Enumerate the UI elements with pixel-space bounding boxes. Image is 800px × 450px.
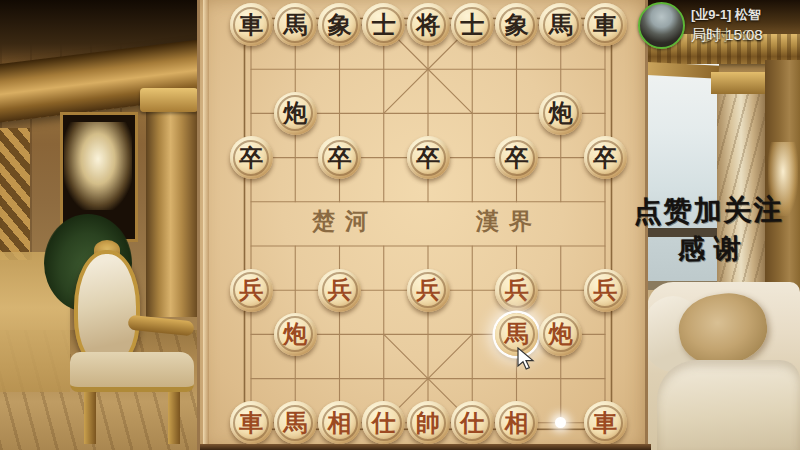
board-point-b7: 炮 (273, 91, 317, 135)
board-point-b9: 馬 (273, 3, 317, 47)
piece-red-chariot-left[interactable]: 車 (230, 401, 273, 444)
piece-red-general[interactable]: 帥 (407, 401, 450, 444)
piece-black-pawn-2[interactable]: 卒 (318, 136, 361, 179)
background-left-room (0, 0, 197, 450)
board-point-h3 (539, 268, 583, 312)
board-point-d4 (362, 224, 406, 268)
praise-line-2: 感谢 (618, 229, 800, 268)
piece-black-advisor-right[interactable]: 士 (451, 3, 494, 46)
board-point-a7 (229, 91, 273, 135)
board-point-i9: 車 (583, 3, 627, 47)
board-point-a8 (229, 47, 273, 91)
board-point-h2: 炮 (539, 312, 583, 356)
piece-black-pawn-3[interactable]: 卒 (407, 136, 450, 179)
board-point-g6: 卒 (494, 135, 538, 179)
praise-overlay: 点赞加关注 感谢 (617, 190, 800, 268)
board-point-d0: 仕 (362, 401, 406, 445)
gold-armchair-back (74, 250, 140, 368)
piece-black-cannon-right[interactable]: 炮 (539, 92, 582, 135)
board-point-h1 (539, 356, 583, 400)
board-point-d8 (362, 47, 406, 91)
board-point-e9: 将 (406, 3, 450, 47)
board-point-e2 (406, 312, 450, 356)
piece-red-pawn-3[interactable]: 兵 (407, 269, 450, 312)
board-point-h9: 馬 (539, 3, 583, 47)
board-point-a3: 兵 (229, 268, 273, 312)
board-point-e3: 兵 (406, 268, 450, 312)
couch-cushion (657, 360, 800, 450)
board-point-d9: 士 (362, 3, 406, 47)
praise-line-1: 点赞加关注 (617, 190, 800, 231)
board-point-e4 (406, 224, 450, 268)
piece-red-horse-left[interactable]: 馬 (274, 401, 317, 444)
board-point-d2 (362, 312, 406, 356)
board-point-c3: 兵 (317, 268, 361, 312)
board-point-e6: 卒 (406, 135, 450, 179)
board-point-b2: 炮 (273, 312, 317, 356)
last-move-origin-marker (555, 417, 566, 428)
chair-leg (168, 392, 180, 444)
board-point-e0: 帥 (406, 401, 450, 445)
board-point-f9: 士 (450, 3, 494, 47)
board-point-f3 (450, 268, 494, 312)
board-point-h8 (539, 47, 583, 91)
board-point-e8 (406, 47, 450, 91)
board-point-a2 (229, 312, 273, 356)
chandelier (64, 122, 132, 210)
board-point-i2 (583, 312, 627, 356)
board-point-b5 (273, 180, 317, 224)
pieces-grid: 車馬象士将士象馬車炮炮卒卒卒卒卒兵兵兵兵兵炮馬炮車馬相仕帥仕相車 (229, 3, 627, 445)
piece-red-pawn-1[interactable]: 兵 (230, 269, 273, 312)
piece-black-elephant-right[interactable]: 象 (495, 3, 538, 46)
board-point-d1 (362, 356, 406, 400)
piece-red-pawn-2[interactable]: 兵 (318, 269, 361, 312)
gold-staircase (0, 128, 30, 260)
board-point-g5 (494, 180, 538, 224)
board-point-c7 (317, 91, 361, 135)
board-point-a1 (229, 356, 273, 400)
board-point-c4 (317, 224, 361, 268)
board-point-a5 (229, 180, 273, 224)
board-point-h4 (539, 224, 583, 268)
avatar[interactable] (638, 2, 685, 49)
piece-black-horse-left[interactable]: 馬 (274, 3, 317, 46)
board-point-g7 (494, 91, 538, 135)
board-point-d5 (362, 180, 406, 224)
piece-black-elephant-left[interactable]: 象 (318, 3, 361, 46)
board-point-f4 (450, 224, 494, 268)
board-point-i6: 卒 (583, 135, 627, 179)
board-point-h6 (539, 135, 583, 179)
player-info-overlay: [业9-1] 松智 局时 15:08步时 00:3 (634, 0, 800, 54)
board-point-b4 (273, 224, 317, 268)
board-point-a0: 車 (229, 401, 273, 445)
board-point-a9: 車 (229, 3, 273, 47)
piece-red-advisor-right[interactable]: 仕 (451, 401, 494, 444)
board-point-g9: 象 (494, 3, 538, 47)
board-bottom-edge (200, 444, 651, 450)
mouse-cursor (517, 347, 535, 371)
board-point-i8 (583, 47, 627, 91)
board-point-f7 (450, 91, 494, 135)
board-point-b8 (273, 47, 317, 91)
game-time: 局时 15:08 (691, 26, 763, 45)
board-point-d3 (362, 268, 406, 312)
player-name: [业9-1] 松智 (691, 6, 761, 24)
piece-black-chariot-left[interactable]: 車 (230, 3, 273, 46)
board-point-f2 (450, 312, 494, 356)
board-point-c0: 相 (317, 401, 361, 445)
board-point-c5 (317, 180, 361, 224)
piece-red-advisor-left[interactable]: 仕 (362, 401, 405, 444)
board-point-f0: 仕 (450, 401, 494, 445)
board-point-d6 (362, 135, 406, 179)
board-point-f5 (450, 180, 494, 224)
board-point-b3 (273, 268, 317, 312)
board-point-g8 (494, 47, 538, 91)
marble-pillar-left (146, 92, 197, 317)
board-point-c2 (317, 312, 361, 356)
piece-red-pawn-4[interactable]: 兵 (495, 269, 538, 312)
board-point-i1 (583, 356, 627, 400)
piece-black-advisor-left[interactable]: 士 (362, 3, 405, 46)
board-point-i0: 車 (583, 401, 627, 445)
board-point-f1 (450, 356, 494, 400)
board-point-f6 (450, 135, 494, 179)
column-capital (711, 72, 771, 94)
piece-black-chariot-right[interactable]: 車 (584, 3, 627, 46)
board-point-e1 (406, 356, 450, 400)
board-point-b6 (273, 135, 317, 179)
piece-red-pawn-5[interactable]: 兵 (584, 269, 627, 312)
clock-row: 局时 15:08步时 00:3 (691, 26, 763, 45)
board-point-c8 (317, 47, 361, 91)
piece-red-cannon-left[interactable]: 炮 (274, 313, 317, 356)
board-point-c1 (317, 356, 361, 400)
board-point-g4 (494, 224, 538, 268)
board-point-c9: 象 (317, 3, 361, 47)
piece-black-horse-right[interactable]: 馬 (539, 3, 582, 46)
board-point-h5 (539, 180, 583, 224)
board-point-a6: 卒 (229, 135, 273, 179)
xiangqi-board: 楚河 漢界 車馬象士将士象馬車炮炮卒卒卒卒卒兵兵兵兵兵炮馬炮車馬相仕帥仕相車 (197, 0, 648, 450)
gold-armchair-seat (70, 352, 194, 392)
board-point-i7 (583, 91, 627, 135)
board-point-d7 (362, 91, 406, 135)
screenshot-stage: 楚河 漢界 車馬象士将士象馬車炮炮卒卒卒卒卒兵兵兵兵兵炮馬炮車馬相仕帥仕相車 点… (0, 0, 800, 450)
board-point-b0: 馬 (273, 401, 317, 445)
chair-leg (84, 392, 96, 444)
board-point-a4 (229, 224, 273, 268)
board-point-f8 (450, 47, 494, 91)
board-point-g3: 兵 (494, 268, 538, 312)
pillar-capital-left (140, 88, 198, 112)
board-point-e5 (406, 180, 450, 224)
board-point-b1 (273, 356, 317, 400)
board-point-g0: 相 (494, 401, 538, 445)
board-point-e7 (406, 91, 450, 135)
piece-red-cannon-right[interactable]: 炮 (539, 313, 582, 356)
board-point-h7: 炮 (539, 91, 583, 135)
piece-black-pawn-1[interactable]: 卒 (230, 136, 273, 179)
piece-red-chariot-right[interactable]: 車 (584, 401, 627, 444)
board-point-c6: 卒 (317, 135, 361, 179)
piece-black-cannon-left[interactable]: 炮 (274, 92, 317, 135)
piece-red-elephant-left[interactable]: 相 (318, 401, 361, 444)
piece-black-pawn-4[interactable]: 卒 (495, 136, 538, 179)
piece-black-general[interactable]: 将 (407, 3, 450, 46)
piece-red-elephant-right[interactable]: 相 (495, 401, 538, 444)
piece-black-pawn-5[interactable]: 卒 (584, 136, 627, 179)
board-point-i3: 兵 (583, 268, 627, 312)
board-point-h0 (539, 401, 583, 445)
